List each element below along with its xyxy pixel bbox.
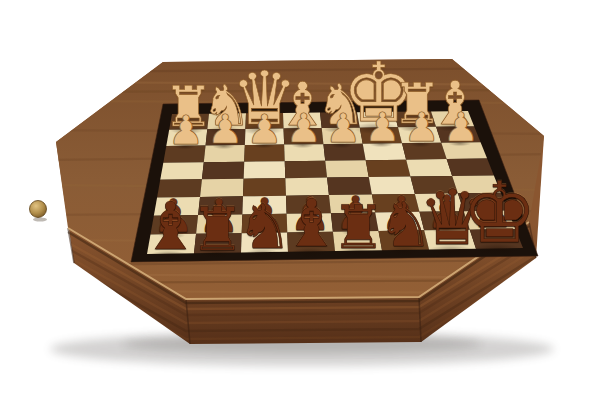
piece-light-pawn-col3[interactable]: ♟ — [247, 109, 283, 149]
square-r3c3[interactable] — [285, 161, 327, 179]
square-r3c2[interactable] — [244, 161, 286, 179]
square-r3c1[interactable] — [202, 162, 244, 180]
square-r3c5[interactable] — [366, 160, 411, 177]
piece-light-pawn-col1[interactable]: ♟ — [168, 110, 204, 150]
piece-light-pawn-col4[interactable]: ♟ — [286, 109, 322, 149]
square-r3c4[interactable] — [325, 160, 369, 177]
piece-dark-king-col8[interactable]: ♚ — [462, 171, 537, 255]
brass-drawer-knob[interactable] — [30, 201, 47, 218]
piece-light-pawn-col2[interactable]: ♟ — [207, 110, 243, 150]
piece-light-pawn-col7[interactable]: ♟ — [404, 107, 440, 147]
chess-table-photo: ♜♞♛♝♞♚♜♝♟♟♟♟♟♟♟♟♟♟♟♟♟♟♟♟♝♜♞♝♜♞♛♚ — [0, 0, 600, 400]
piece-light-pawn-col6[interactable]: ♟ — [364, 108, 400, 148]
square-r3c0[interactable] — [160, 162, 204, 180]
piece-light-pawn-col8[interactable]: ♟ — [443, 107, 479, 147]
piece-light-pawn-col5[interactable]: ♟ — [325, 108, 361, 148]
knob-shadow — [33, 218, 47, 222]
